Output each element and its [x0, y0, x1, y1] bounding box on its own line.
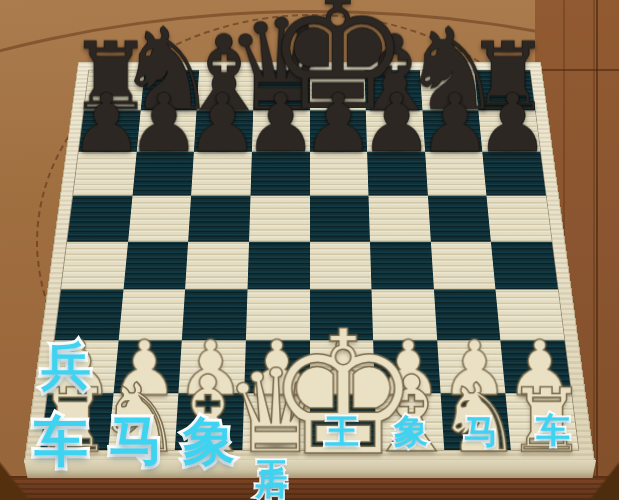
piece-label-d1: 王后: [256, 435, 288, 443]
piece-name-labels: 兵车马象王后王象马车: [0, 0, 619, 500]
game-scene: ♜♞♝♛♚♝♞♜♟♟♟♟♟♟♟♟♟♟♟♟♟♟♟♟♜♞♝♛♚♝♞♜ 兵车马象王后王…: [0, 0, 619, 500]
piece-label-h1: 车: [536, 413, 570, 447]
piece-label-g1: 马: [464, 414, 498, 448]
piece-label-a2: 兵: [41, 341, 91, 391]
piece-label-a1: 车: [34, 415, 88, 469]
piece-label-b1: 马: [109, 414, 163, 468]
piece-label-c1: 象: [183, 415, 235, 467]
piece-label-e1: 王: [325, 414, 359, 448]
piece-label-f1: 象: [394, 414, 428, 448]
